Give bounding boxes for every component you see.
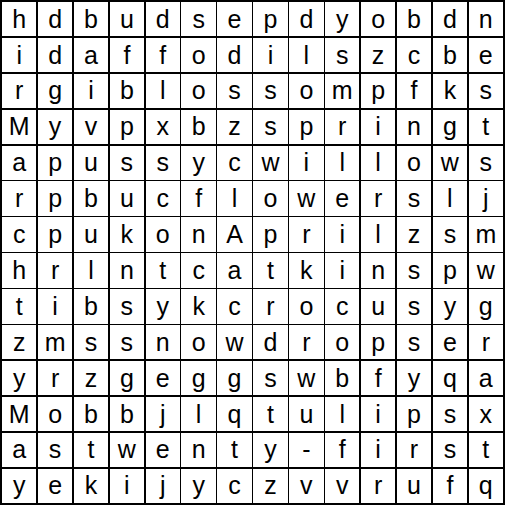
grid-cell[interactable]: s (253, 110, 287, 144)
grid-cell[interactable]: k (110, 217, 144, 251)
grid-cell[interactable]: w (217, 325, 251, 359)
grid-cell[interactable]: p (253, 217, 287, 251)
grid-cell[interactable]: s (253, 361, 287, 395)
grid-cell[interactable]: d (253, 325, 287, 359)
grid-cell[interactable]: r (38, 253, 72, 287)
grid-cell[interactable]: l (325, 397, 359, 431)
grid-cell[interactable]: e (433, 325, 467, 359)
grid-cell[interactable]: q (433, 361, 467, 395)
grid-cell[interactable]: x (469, 397, 503, 431)
grid-cell[interactable]: y (397, 361, 431, 395)
grid-cell[interactable]: n (146, 325, 180, 359)
grid-cell[interactable]: g (110, 361, 144, 395)
grid-cell[interactable]: a (2, 433, 36, 467)
grid-cell[interactable]: l (289, 38, 323, 72)
grid-cell[interactable]: d (146, 2, 180, 36)
grid-cell[interactable]: x (146, 110, 180, 144)
grid-cell[interactable]: j (469, 181, 503, 215)
grid-cell[interactable]: y (2, 469, 36, 503)
grid-cell[interactable]: u (110, 2, 144, 36)
grid-cell[interactable]: i (361, 397, 395, 431)
grid-cell[interactable]: n (469, 2, 503, 36)
grid-cell[interactable]: d (433, 2, 467, 36)
grid-cell[interactable]: s (146, 146, 180, 180)
grid-cell[interactable]: n (181, 433, 215, 467)
grid-cell[interactable]: k (74, 469, 108, 503)
grid-cell[interactable]: s (325, 38, 359, 72)
grid-cell[interactable]: l (146, 74, 180, 108)
grid-cell[interactable]: p (253, 2, 287, 36)
grid-cell[interactable]: v (74, 110, 108, 144)
grid-cell[interactable]: l (433, 181, 467, 215)
grid-cell[interactable]: m (38, 325, 72, 359)
grid-cell[interactable]: f (361, 361, 395, 395)
word-search-board: hdbudsepdyobdnidaffodilszcbergiblossompf… (0, 0, 505, 505)
grid-cell[interactable]: b (397, 2, 431, 36)
grid-cell[interactable]: h (2, 253, 36, 287)
grid-cell[interactable]: i (110, 469, 144, 503)
grid-cell[interactable]: o (181, 325, 215, 359)
grid-cell[interactable]: n (397, 110, 431, 144)
grid-cell[interactable]: b (74, 181, 108, 215)
grid-cell[interactable]: f (325, 433, 359, 467)
grid-cell[interactable]: o (181, 38, 215, 72)
grid-cell[interactable]: f (146, 38, 180, 72)
grid-cell[interactable]: o (289, 74, 323, 108)
grid-cell[interactable]: t (217, 433, 251, 467)
grid-cell[interactable]: r (361, 469, 395, 503)
grid-cell[interactable]: s (181, 2, 215, 36)
grid-cell[interactable]: e (146, 361, 180, 395)
grid-cell[interactable]: a (2, 146, 36, 180)
grid-cell[interactable]: o (325, 325, 359, 359)
grid-cell[interactable]: k (289, 253, 323, 287)
grid-cell[interactable]: y (325, 2, 359, 36)
grid-cell[interactable]: r (38, 361, 72, 395)
grid-cell[interactable]: d (38, 2, 72, 36)
grid-cell[interactable]: c (397, 38, 431, 72)
grid-cell[interactable]: y (181, 146, 215, 180)
grid-cell[interactable]: e (38, 469, 72, 503)
grid-cell[interactable]: l (325, 146, 359, 180)
grid-cell[interactable]: p (38, 146, 72, 180)
grid-cell[interactable]: u (361, 289, 395, 323)
grid-cell[interactable]: f (433, 469, 467, 503)
grid-cell[interactable]: m (325, 74, 359, 108)
grid-cell[interactable]: r (361, 181, 395, 215)
grid-cell[interactable]: b (110, 397, 144, 431)
grid-cell[interactable]: s (110, 325, 144, 359)
grid-cell[interactable]: i (361, 110, 395, 144)
grid-cell[interactable]: - (289, 433, 323, 467)
grid-cell[interactable]: r (2, 181, 36, 215)
grid-cell[interactable]: p (361, 325, 395, 359)
grid-cell[interactable]: t (253, 397, 287, 431)
grid-cell[interactable]: t (469, 433, 503, 467)
grid-cell[interactable]: i (361, 433, 395, 467)
grid-cell[interactable]: s (433, 217, 467, 251)
grid-cell[interactable]: r (2, 74, 36, 108)
grid-cell[interactable]: c (2, 217, 36, 251)
grid-cell[interactable]: p (433, 253, 467, 287)
grid-cell[interactable]: t (469, 110, 503, 144)
grid-cell[interactable]: r (397, 433, 431, 467)
grid-cell[interactable]: o (289, 289, 323, 323)
grid-cell[interactable]: n (361, 253, 395, 287)
grid-cell[interactable]: l (361, 217, 395, 251)
grid-cell[interactable]: c (217, 146, 251, 180)
grid-cell[interactable]: t (2, 289, 36, 323)
grid-cell[interactable]: v (325, 469, 359, 503)
grid-cell[interactable]: e (325, 181, 359, 215)
grid-cell[interactable]: t (74, 433, 108, 467)
grid-cell[interactable]: o (253, 181, 287, 215)
grid-cell[interactable]: b (181, 110, 215, 144)
grid-cell[interactable]: c (217, 289, 251, 323)
grid-cell[interactable]: y (181, 469, 215, 503)
grid-cell[interactable]: f (110, 38, 144, 72)
grid-cell[interactable]: r (325, 110, 359, 144)
grid-cell[interactable]: l (181, 397, 215, 431)
grid-cell[interactable]: v (289, 469, 323, 503)
grid-cell[interactable]: i (2, 38, 36, 72)
grid-cell[interactable]: q (217, 397, 251, 431)
grid-cell[interactable]: a (74, 38, 108, 72)
grid-cell[interactable]: i (253, 38, 287, 72)
grid-cell[interactable]: k (433, 74, 467, 108)
grid-cell[interactable]: w (433, 146, 467, 180)
grid-cell[interactable]: j (146, 469, 180, 503)
grid-cell[interactable]: z (74, 361, 108, 395)
grid-cell[interactable]: n (110, 253, 144, 287)
grid-cell[interactable]: y (253, 433, 287, 467)
grid-cell[interactable]: s (469, 74, 503, 108)
grid-cell[interactable]: z (253, 469, 287, 503)
grid-cell[interactable]: g (217, 361, 251, 395)
word-search-grid: hdbudsepdyobdnidaffodilszcbergiblossompf… (0, 0, 505, 505)
grid-cell[interactable]: A (217, 217, 251, 251)
grid-cell[interactable]: e (146, 433, 180, 467)
grid-cell[interactable]: y (146, 289, 180, 323)
grid-cell[interactable]: z (2, 325, 36, 359)
grid-cell[interactable]: b (433, 38, 467, 72)
grid-cell[interactable]: s (253, 74, 287, 108)
grid-cell[interactable]: a (469, 361, 503, 395)
grid-cell[interactable]: r (253, 289, 287, 323)
grid-cell[interactable]: y (433, 289, 467, 323)
grid-cell[interactable]: w (253, 146, 287, 180)
grid-cell[interactable]: a (217, 253, 251, 287)
grid-cell[interactable]: s (74, 325, 108, 359)
grid-cell[interactable]: b (74, 397, 108, 431)
grid-cell[interactable]: p (289, 110, 323, 144)
grid-cell[interactable]: s (397, 325, 431, 359)
grid-cell[interactable]: o (146, 217, 180, 251)
grid-cell[interactable]: s (110, 146, 144, 180)
grid-cell[interactable]: s (217, 74, 251, 108)
grid-cell[interactable]: r (289, 217, 323, 251)
grid-cell[interactable]: u (289, 397, 323, 431)
grid-cell[interactable]: j (146, 397, 180, 431)
grid-cell[interactable]: s (469, 146, 503, 180)
grid-cell[interactable]: u (74, 217, 108, 251)
grid-cell[interactable]: o (397, 146, 431, 180)
grid-cell[interactable]: c (325, 289, 359, 323)
grid-cell[interactable]: r (469, 325, 503, 359)
grid-cell[interactable]: g (181, 361, 215, 395)
grid-cell[interactable]: l (217, 181, 251, 215)
grid-cell[interactable]: b (74, 289, 108, 323)
grid-cell[interactable]: s (38, 433, 72, 467)
grid-cell[interactable]: i (289, 146, 323, 180)
grid-cell[interactable]: s (397, 289, 431, 323)
grid-cell[interactable]: w (289, 361, 323, 395)
grid-cell[interactable]: s (433, 397, 467, 431)
grid-cell[interactable]: b (74, 2, 108, 36)
grid-cell[interactable]: s (397, 181, 431, 215)
grid-cell[interactable]: c (217, 469, 251, 503)
grid-cell[interactable]: e (469, 38, 503, 72)
grid-cell[interactable]: m (469, 217, 503, 251)
grid-cell[interactable]: g (433, 110, 467, 144)
grid-cell[interactable]: s (110, 289, 144, 323)
grid-cell[interactable]: c (146, 181, 180, 215)
grid-cell[interactable]: w (289, 181, 323, 215)
grid-cell[interactable]: p (361, 74, 395, 108)
grid-cell[interactable]: e (217, 2, 251, 36)
grid-cell[interactable]: y (2, 361, 36, 395)
grid-cell[interactable]: z (361, 38, 395, 72)
grid-cell[interactable]: h (2, 2, 36, 36)
grid-cell[interactable]: z (217, 110, 251, 144)
grid-cell[interactable]: w (110, 433, 144, 467)
grid-cell[interactable]: b (325, 361, 359, 395)
grid-cell[interactable]: M (2, 110, 36, 144)
grid-cell[interactable]: p (110, 110, 144, 144)
grid-cell[interactable]: f (181, 181, 215, 215)
grid-cell[interactable]: q (469, 469, 503, 503)
grid-cell[interactable]: l (74, 253, 108, 287)
grid-cell[interactable]: p (397, 397, 431, 431)
grid-cell[interactable]: f (397, 74, 431, 108)
grid-cell[interactable]: i (325, 217, 359, 251)
grid-cell[interactable]: z (397, 217, 431, 251)
grid-cell[interactable]: b (110, 74, 144, 108)
grid-cell[interactable]: i (38, 289, 72, 323)
grid-cell[interactable]: o (361, 2, 395, 36)
grid-cell[interactable]: d (289, 2, 323, 36)
grid-cell[interactable]: u (110, 181, 144, 215)
grid-cell[interactable]: p (38, 217, 72, 251)
grid-cell[interactable]: M (2, 397, 36, 431)
grid-cell[interactable]: s (397, 253, 431, 287)
grid-cell[interactable]: l (361, 146, 395, 180)
grid-cell[interactable]: u (397, 469, 431, 503)
grid-cell[interactable]: g (469, 289, 503, 323)
grid-cell[interactable]: g (38, 74, 72, 108)
grid-cell[interactable]: p (38, 181, 72, 215)
grid-cell[interactable]: y (38, 110, 72, 144)
grid-cell[interactable]: r (289, 325, 323, 359)
grid-cell[interactable]: c (181, 253, 215, 287)
grid-cell[interactable]: k (181, 289, 215, 323)
grid-cell[interactable]: n (181, 217, 215, 251)
grid-cell[interactable]: t (146, 253, 180, 287)
grid-cell[interactable]: u (74, 146, 108, 180)
grid-cell[interactable]: i (325, 253, 359, 287)
grid-cell[interactable]: d (217, 38, 251, 72)
grid-cell[interactable]: w (469, 253, 503, 287)
grid-cell[interactable]: d (38, 38, 72, 72)
grid-cell[interactable]: o (38, 397, 72, 431)
grid-cell[interactable]: t (253, 253, 287, 287)
grid-cell[interactable]: s (433, 433, 467, 467)
grid-cell[interactable]: i (74, 74, 108, 108)
grid-cell[interactable]: o (181, 74, 215, 108)
